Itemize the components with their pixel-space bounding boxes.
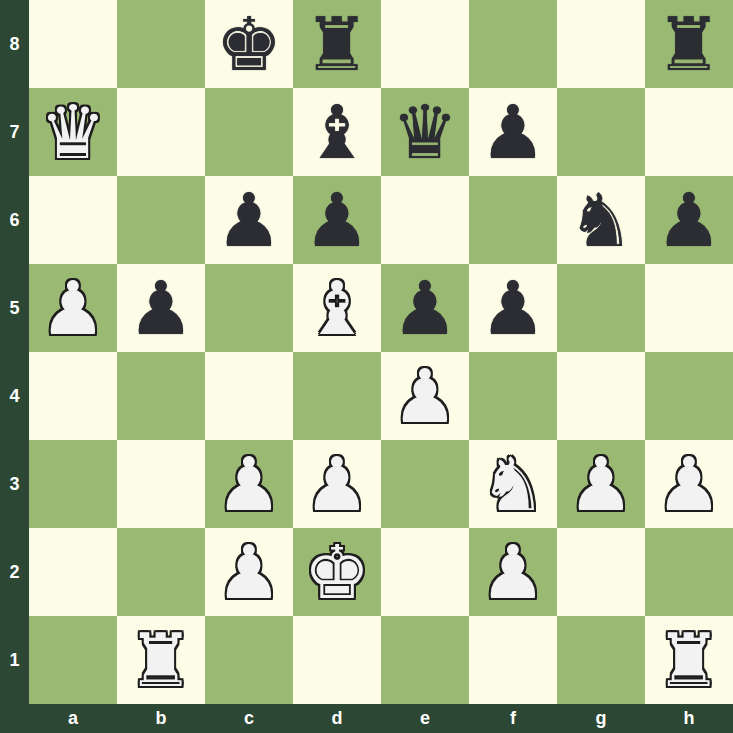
square-b3[interactable] — [117, 440, 205, 528]
square-b6[interactable] — [117, 176, 205, 264]
file-label-b: b — [117, 704, 205, 733]
white-pawn[interactable]: ♟ — [656, 440, 722, 528]
square-e1[interactable] — [381, 616, 469, 704]
square-b4[interactable] — [117, 352, 205, 440]
square-c1[interactable] — [205, 616, 293, 704]
square-f3[interactable]: ♞ — [469, 440, 557, 528]
rank-label-7: 7 — [0, 88, 29, 176]
black-queen[interactable]: ♛ — [392, 88, 458, 176]
black-knight[interactable]: ♞ — [568, 176, 634, 264]
black-pawn[interactable]: ♟ — [304, 176, 370, 264]
square-e7[interactable]: ♛ — [381, 88, 469, 176]
file-label-g: g — [557, 704, 645, 733]
rank-label-1: 1 — [0, 616, 29, 704]
square-g5[interactable] — [557, 264, 645, 352]
square-h8[interactable]: ♜ — [645, 0, 733, 88]
square-f7[interactable]: ♟ — [469, 88, 557, 176]
square-h1[interactable]: ♜ — [645, 616, 733, 704]
black-king[interactable]: ♚ — [216, 0, 282, 88]
black-pawn[interactable]: ♟ — [216, 176, 282, 264]
white-pawn[interactable]: ♟ — [304, 440, 370, 528]
square-c7[interactable] — [205, 88, 293, 176]
black-pawn[interactable]: ♟ — [392, 264, 458, 352]
square-d5[interactable]: ♝ — [293, 264, 381, 352]
rank-label-6: 6 — [0, 176, 29, 264]
square-f8[interactable] — [469, 0, 557, 88]
white-pawn[interactable]: ♟ — [216, 528, 282, 616]
white-king[interactable]: ♚ — [304, 528, 370, 616]
square-c4[interactable] — [205, 352, 293, 440]
square-g7[interactable] — [557, 88, 645, 176]
file-labels: abcdefgh — [29, 704, 733, 733]
white-pawn[interactable]: ♟ — [216, 440, 282, 528]
square-f2[interactable]: ♟ — [469, 528, 557, 616]
square-d4[interactable] — [293, 352, 381, 440]
square-g3[interactable]: ♟ — [557, 440, 645, 528]
square-a2[interactable] — [29, 528, 117, 616]
file-label-c: c — [205, 704, 293, 733]
white-bishop[interactable]: ♝ — [304, 264, 370, 352]
square-h2[interactable] — [645, 528, 733, 616]
square-g2[interactable] — [557, 528, 645, 616]
rank-label-5: 5 — [0, 264, 29, 352]
white-rook[interactable]: ♜ — [128, 616, 194, 704]
file-label-f: f — [469, 704, 557, 733]
square-d3[interactable]: ♟ — [293, 440, 381, 528]
file-label-d: d — [293, 704, 381, 733]
square-e6[interactable] — [381, 176, 469, 264]
square-c2[interactable]: ♟ — [205, 528, 293, 616]
white-pawn[interactable]: ♟ — [392, 352, 458, 440]
square-a6[interactable] — [29, 176, 117, 264]
white-knight[interactable]: ♞ — [480, 440, 546, 528]
square-a3[interactable] — [29, 440, 117, 528]
white-pawn[interactable]: ♟ — [568, 440, 634, 528]
chess-board-frame: 87654321 ♚♜♜♛♝♛♟♟♟♞♟♟♟♝♟♟♟♟♟♞♟♟♟♚♟♜♜ abc… — [0, 0, 733, 733]
square-d8[interactable]: ♜ — [293, 0, 381, 88]
square-h5[interactable] — [645, 264, 733, 352]
board-corner — [0, 704, 29, 733]
square-b7[interactable] — [117, 88, 205, 176]
square-b1[interactable]: ♜ — [117, 616, 205, 704]
black-bishop[interactable]: ♝ — [304, 88, 370, 176]
square-d7[interactable]: ♝ — [293, 88, 381, 176]
chess-board[interactable]: ♚♜♜♛♝♛♟♟♟♞♟♟♟♝♟♟♟♟♟♞♟♟♟♚♟♜♜ — [29, 0, 733, 704]
square-e4[interactable]: ♟ — [381, 352, 469, 440]
square-g1[interactable] — [557, 616, 645, 704]
black-pawn[interactable]: ♟ — [128, 264, 194, 352]
square-c3[interactable]: ♟ — [205, 440, 293, 528]
black-pawn[interactable]: ♟ — [656, 176, 722, 264]
square-g4[interactable] — [557, 352, 645, 440]
square-a4[interactable] — [29, 352, 117, 440]
file-label-e: e — [381, 704, 469, 733]
black-pawn[interactable]: ♟ — [480, 264, 546, 352]
square-f4[interactable] — [469, 352, 557, 440]
rank-labels: 87654321 — [0, 0, 29, 704]
square-h7[interactable] — [645, 88, 733, 176]
square-f1[interactable] — [469, 616, 557, 704]
square-d6[interactable]: ♟ — [293, 176, 381, 264]
square-h4[interactable] — [645, 352, 733, 440]
square-d1[interactable] — [293, 616, 381, 704]
square-e8[interactable] — [381, 0, 469, 88]
square-c6[interactable]: ♟ — [205, 176, 293, 264]
square-c5[interactable] — [205, 264, 293, 352]
square-f6[interactable] — [469, 176, 557, 264]
white-pawn[interactable]: ♟ — [40, 264, 106, 352]
square-c8[interactable]: ♚ — [205, 0, 293, 88]
square-f5[interactable]: ♟ — [469, 264, 557, 352]
rank-label-2: 2 — [0, 528, 29, 616]
black-pawn[interactable]: ♟ — [480, 88, 546, 176]
white-pawn[interactable]: ♟ — [480, 528, 546, 616]
square-g8[interactable] — [557, 0, 645, 88]
square-h3[interactable]: ♟ — [645, 440, 733, 528]
square-a5[interactable]: ♟ — [29, 264, 117, 352]
rank-label-8: 8 — [0, 0, 29, 88]
square-e5[interactable]: ♟ — [381, 264, 469, 352]
square-b8[interactable] — [117, 0, 205, 88]
file-label-a: a — [29, 704, 117, 733]
square-e2[interactable] — [381, 528, 469, 616]
white-queen[interactable]: ♛ — [40, 88, 106, 176]
square-e3[interactable] — [381, 440, 469, 528]
file-label-h: h — [645, 704, 733, 733]
white-rook[interactable]: ♜ — [656, 616, 722, 704]
black-rook[interactable]: ♜ — [304, 0, 370, 88]
square-a1[interactable] — [29, 616, 117, 704]
square-b5[interactable]: ♟ — [117, 264, 205, 352]
black-rook[interactable]: ♜ — [656, 0, 722, 88]
square-g6[interactable]: ♞ — [557, 176, 645, 264]
rank-label-4: 4 — [0, 352, 29, 440]
square-d2[interactable]: ♚ — [293, 528, 381, 616]
square-h6[interactable]: ♟ — [645, 176, 733, 264]
square-a8[interactable] — [29, 0, 117, 88]
square-a7[interactable]: ♛ — [29, 88, 117, 176]
square-b2[interactable] — [117, 528, 205, 616]
rank-label-3: 3 — [0, 440, 29, 528]
